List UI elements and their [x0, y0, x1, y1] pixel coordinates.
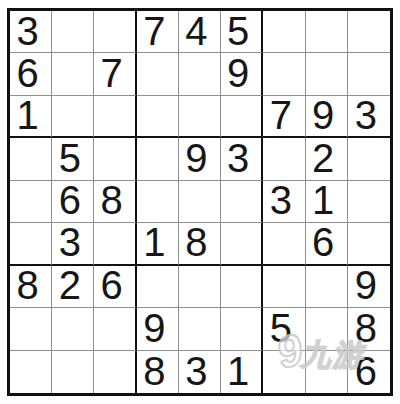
sudoku-cell-r8c3[interactable]: [94, 308, 136, 350]
sudoku-cell-r6c7[interactable]: [263, 223, 305, 265]
sudoku-cell-r7c2[interactable]: 2: [52, 266, 94, 308]
sudoku-cell-r8c1[interactable]: [10, 308, 52, 350]
given-digit: 3: [270, 180, 292, 220]
given-digit: 8: [143, 351, 165, 391]
given-digit: 3: [355, 95, 377, 135]
sudoku-cell-r8c9[interactable]: 8: [348, 308, 390, 350]
sudoku-cell-r5c8[interactable]: 1: [306, 181, 348, 223]
sudoku-cell-r4c8[interactable]: 2: [306, 138, 348, 180]
sudoku-cell-r2c5[interactable]: [179, 53, 221, 95]
sudoku-cell-r7c1[interactable]: 8: [10, 266, 52, 308]
sudoku-cell-r6c9[interactable]: [348, 223, 390, 265]
sudoku-cell-r8c6[interactable]: [221, 308, 263, 350]
sudoku-cell-r3c4[interactable]: [137, 96, 179, 138]
sudoku-cell-r9c9[interactable]: 6: [348, 351, 390, 393]
sudoku-cell-r6c4[interactable]: 1: [137, 223, 179, 265]
sudoku-cell-r3c8[interactable]: 9: [306, 96, 348, 138]
sudoku-cell-r3c2[interactable]: [52, 96, 94, 138]
sudoku-cell-r7c7[interactable]: [263, 266, 305, 308]
sudoku-cell-r7c5[interactable]: [179, 266, 221, 308]
sudoku-cell-r4c2[interactable]: 5: [52, 138, 94, 180]
sudoku-cell-r8c7[interactable]: 5: [263, 308, 305, 350]
sudoku-cell-r3c5[interactable]: [179, 96, 221, 138]
sudoku-cell-r2c2[interactable]: [52, 53, 94, 95]
sudoku-cell-r9c4[interactable]: 8: [137, 351, 179, 393]
given-digit: 8: [185, 222, 207, 262]
sudoku-cell-r9c7[interactable]: [263, 351, 305, 393]
given-digit: 6: [16, 53, 38, 93]
sudoku-cell-r7c8[interactable]: [306, 266, 348, 308]
sudoku-cell-r3c7[interactable]: 7: [263, 96, 305, 138]
sudoku-cell-r1c3[interactable]: [94, 11, 136, 53]
sudoku-cell-r5c9[interactable]: [348, 181, 390, 223]
sudoku-cell-r9c3[interactable]: [94, 351, 136, 393]
sudoku-cell-r6c2[interactable]: 3: [52, 223, 94, 265]
sudoku-cell-r8c4[interactable]: 9: [137, 308, 179, 350]
sudoku-cell-r8c8[interactable]: [306, 308, 348, 350]
sudoku-cell-r3c6[interactable]: [221, 96, 263, 138]
sudoku-cell-r9c2[interactable]: [52, 351, 94, 393]
given-digit: 5: [59, 138, 81, 178]
sudoku-cell-r9c5[interactable]: 3: [179, 351, 221, 393]
given-digit: 6: [312, 222, 334, 262]
given-digit: 8: [355, 308, 377, 348]
given-digit: 9: [143, 308, 165, 348]
sudoku-cell-r7c4[interactable]: [137, 266, 179, 308]
sudoku-cell-r3c3[interactable]: [94, 96, 136, 138]
sudoku-cell-r5c3[interactable]: 8: [94, 181, 136, 223]
given-digit: 4: [185, 11, 207, 51]
sudoku-cell-r1c5[interactable]: 4: [179, 11, 221, 53]
sudoku-cell-r7c3[interactable]: 6: [94, 266, 136, 308]
given-digit: 5: [270, 308, 292, 348]
sudoku-cell-r9c6[interactable]: 1: [221, 351, 263, 393]
given-digit: 7: [270, 95, 292, 135]
sudoku-cell-r7c9[interactable]: 9: [348, 266, 390, 308]
sudoku-cell-r2c9[interactable]: [348, 53, 390, 95]
given-digit: 9: [312, 95, 334, 135]
sudoku-cell-r4c3[interactable]: [94, 138, 136, 180]
sudoku-cell-r2c6[interactable]: 9: [221, 53, 263, 95]
sudoku-cell-r1c2[interactable]: [52, 11, 94, 53]
sudoku-cell-r5c4[interactable]: [137, 181, 179, 223]
sudoku-cell-r5c6[interactable]: [221, 181, 263, 223]
sudoku-cell-r4c9[interactable]: [348, 138, 390, 180]
sudoku-cell-r7c6[interactable]: [221, 266, 263, 308]
sudoku-cell-r4c5[interactable]: 9: [179, 138, 221, 180]
sudoku-cell-r3c1[interactable]: 1: [10, 96, 52, 138]
given-digit: 7: [100, 53, 122, 93]
given-digit: 3: [185, 351, 207, 391]
given-digit: 7: [143, 11, 165, 51]
given-digit: 1: [227, 351, 249, 391]
given-digit: 9: [355, 265, 377, 305]
sudoku-cell-r6c3[interactable]: [94, 223, 136, 265]
sudoku-cell-r6c5[interactable]: 8: [179, 223, 221, 265]
given-digit: 8: [100, 180, 122, 220]
sudoku-cell-r3c9[interactable]: 3: [348, 96, 390, 138]
given-digit: 1: [16, 95, 38, 135]
sudoku-cell-r6c6[interactable]: [221, 223, 263, 265]
given-digit: 9: [227, 53, 249, 93]
given-digit: 1: [312, 180, 334, 220]
sudoku-cell-r6c8[interactable]: 6: [306, 223, 348, 265]
sudoku-cell-r1c4[interactable]: 7: [137, 11, 179, 53]
given-digit: 2: [59, 265, 81, 305]
given-digit: 2: [312, 138, 334, 178]
sudoku-cell-r5c2[interactable]: 6: [52, 181, 94, 223]
sudoku-cell-r5c5[interactable]: [179, 181, 221, 223]
sudoku-cell-r1c1[interactable]: 3: [10, 11, 52, 53]
sudoku-cell-r2c8[interactable]: [306, 53, 348, 95]
sudoku-cell-r4c1[interactable]: [10, 138, 52, 180]
sudoku-board: 3745679179359326831318682699588316: [7, 8, 393, 396]
sudoku-cell-r5c1[interactable]: [10, 181, 52, 223]
sudoku-cell-r2c4[interactable]: [137, 53, 179, 95]
sudoku-cell-r9c1[interactable]: [10, 351, 52, 393]
sudoku-cell-r1c7[interactable]: [263, 11, 305, 53]
sudoku-cell-r4c4[interactable]: [137, 138, 179, 180]
sudoku-cell-r1c8[interactable]: [306, 11, 348, 53]
given-digit: 3: [59, 222, 81, 262]
given-digit: 8: [16, 265, 38, 305]
sudoku-cell-r2c1[interactable]: 6: [10, 53, 52, 95]
sudoku-cell-r2c3[interactable]: 7: [94, 53, 136, 95]
sudoku-page: 3745679179359326831318682699588316 9 九游: [0, 0, 400, 404]
given-digit: 5: [227, 11, 249, 51]
given-digit: 3: [16, 11, 38, 51]
sudoku-cell-r4c6[interactable]: 3: [221, 138, 263, 180]
given-digit: 3: [227, 138, 249, 178]
given-digit: 6: [59, 180, 81, 220]
sudoku-cell-r8c5[interactable]: [179, 308, 221, 350]
sudoku-cell-r9c8[interactable]: [306, 351, 348, 393]
sudoku-cell-r2c7[interactable]: [263, 53, 305, 95]
sudoku-cell-r1c6[interactable]: 5: [221, 11, 263, 53]
given-digit: 6: [355, 351, 377, 391]
given-digit: 6: [100, 265, 122, 305]
sudoku-cell-r4c7[interactable]: [263, 138, 305, 180]
sudoku-cell-r6c1[interactable]: [10, 223, 52, 265]
given-digit: 1: [143, 222, 165, 262]
sudoku-cell-r5c7[interactable]: 3: [263, 181, 305, 223]
sudoku-cell-r8c2[interactable]: [52, 308, 94, 350]
given-digit: 9: [185, 138, 207, 178]
sudoku-cell-r1c9[interactable]: [348, 11, 390, 53]
